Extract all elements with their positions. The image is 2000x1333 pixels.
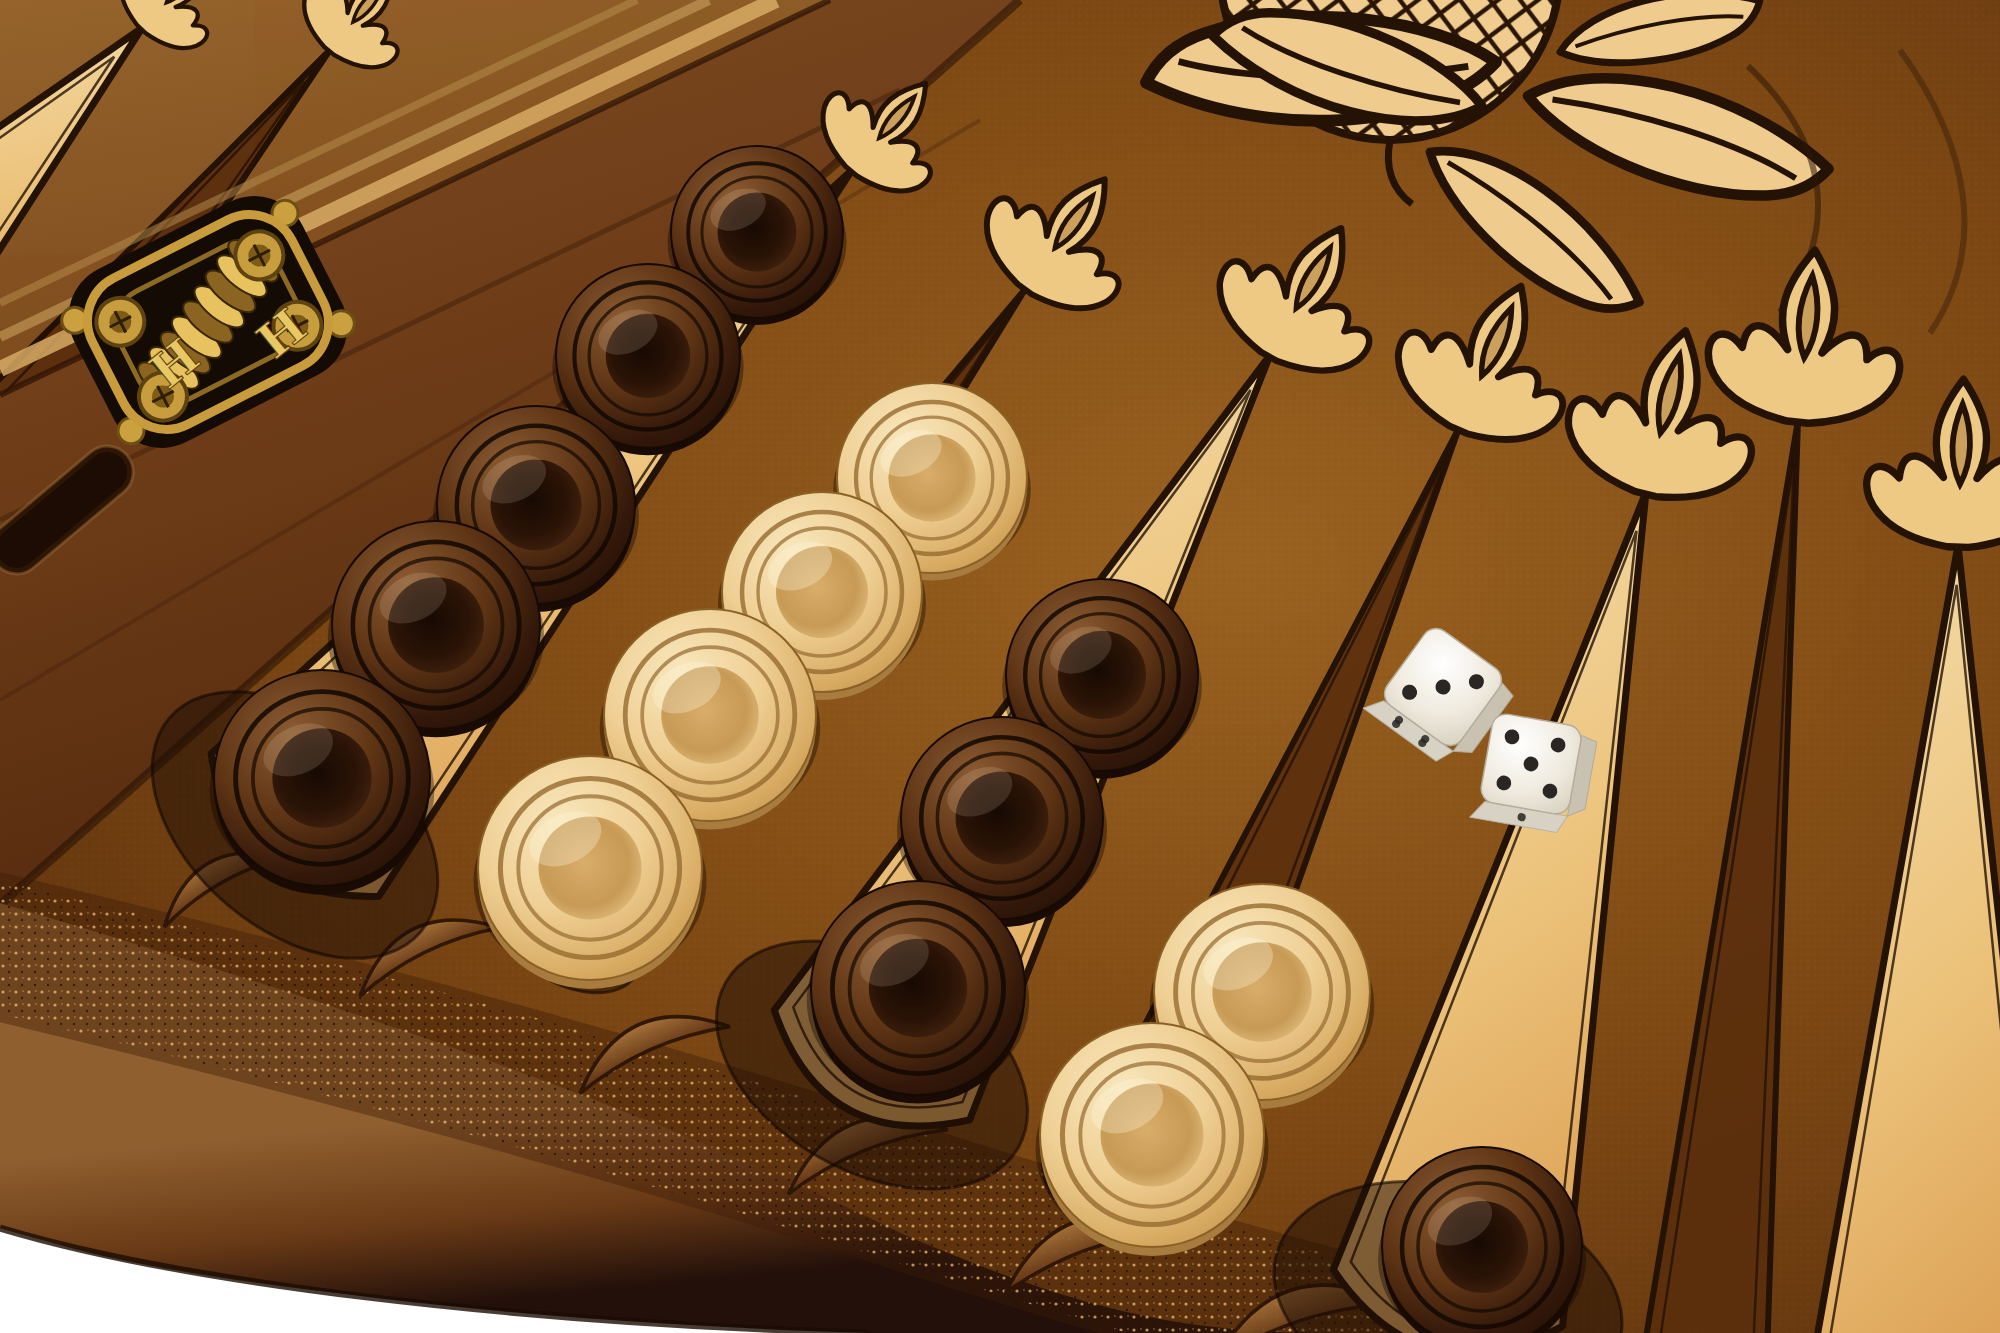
backgammon-board: Н Н: [0, 0, 2000, 1333]
photo-backdrop: Н Н: [0, 0, 2000, 1333]
